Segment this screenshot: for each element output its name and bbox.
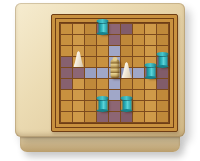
square-f1[interactable] [121,24,132,34]
square-a6[interactable] [61,79,72,89]
square-g2[interactable] [133,35,144,45]
square-b6[interactable] [73,79,84,89]
square-h5[interactable] [145,68,156,78]
square-d2[interactable] [97,35,108,45]
square-a4[interactable] [61,57,72,67]
square-h6[interactable] [145,79,156,89]
square-c5[interactable] [85,68,96,78]
square-b9[interactable] [73,112,84,122]
square-h1[interactable] [145,24,156,34]
square-b1[interactable] [73,24,84,34]
square-e7[interactable] [109,90,120,100]
square-g3[interactable] [133,46,144,56]
square-a8[interactable] [61,101,72,111]
wooden-box-lid [15,3,185,137]
square-c9[interactable] [85,112,96,122]
square-a1[interactable] [61,24,72,34]
square-g9[interactable] [133,112,144,122]
square-h2[interactable] [145,35,156,45]
square-g7[interactable] [133,90,144,100]
attacker-cup-h5[interactable] [146,65,155,78]
square-g8[interactable] [133,101,144,111]
board-grid [59,22,170,124]
square-d4[interactable] [97,57,108,67]
square-a2[interactable] [61,35,72,45]
square-i8[interactable] [157,101,168,111]
square-e3[interactable] [109,46,120,56]
square-h8[interactable] [145,101,156,111]
square-g4[interactable] [133,57,144,67]
square-d8[interactable] [97,101,108,111]
square-i1[interactable] [157,24,168,34]
square-e1[interactable] [109,24,120,34]
square-d1[interactable] [97,24,108,34]
square-h9[interactable] [145,112,156,122]
square-f3[interactable] [121,46,132,56]
tablut-board [51,14,178,132]
page-root: { "game": "tablut (hnefatafl / viking ta… [0,0,200,161]
square-a9[interactable] [61,112,72,122]
square-e9[interactable] [109,112,120,122]
attacker-cup-d8[interactable] [98,98,107,111]
square-c8[interactable] [85,101,96,111]
square-a3[interactable] [61,46,72,56]
square-i9[interactable] [157,112,168,122]
square-f6[interactable] [121,79,132,89]
king-e5[interactable] [110,59,119,78]
square-d3[interactable] [97,46,108,56]
square-g1[interactable] [133,24,144,34]
square-e6[interactable] [109,79,120,89]
attacker-cup-i4[interactable] [158,54,167,67]
square-d6[interactable] [97,79,108,89]
square-i4[interactable] [157,57,168,67]
square-d5[interactable] [97,68,108,78]
square-d9[interactable] [97,112,108,122]
square-g6[interactable] [133,79,144,89]
square-c6[interactable] [85,79,96,89]
square-c4[interactable] [85,57,96,67]
square-a7[interactable] [61,90,72,100]
square-b5[interactable] [73,68,84,78]
square-b7[interactable] [73,90,84,100]
square-e5[interactable] [109,68,120,78]
square-i2[interactable] [157,35,168,45]
board-border-frame [55,18,174,128]
square-f2[interactable] [121,35,132,45]
square-a5[interactable] [61,68,72,78]
attacker-cup-f8[interactable] [122,98,131,111]
square-b8[interactable] [73,101,84,111]
square-b4[interactable] [73,57,84,67]
square-h3[interactable] [145,46,156,56]
square-b2[interactable] [73,35,84,45]
square-f5[interactable] [121,68,132,78]
square-c1[interactable] [85,24,96,34]
square-e2[interactable] [109,35,120,45]
square-f8[interactable] [121,101,132,111]
square-g5[interactable] [133,68,144,78]
wooden-box-front-side [20,136,180,152]
square-c3[interactable] [85,46,96,56]
square-i7[interactable] [157,90,168,100]
square-h7[interactable] [145,90,156,100]
square-i5[interactable] [157,68,168,78]
square-e8[interactable] [109,101,120,111]
attacker-cup-d1[interactable] [98,21,107,34]
square-c2[interactable] [85,35,96,45]
square-f9[interactable] [121,112,132,122]
square-c7[interactable] [85,90,96,100]
square-i6[interactable] [157,79,168,89]
